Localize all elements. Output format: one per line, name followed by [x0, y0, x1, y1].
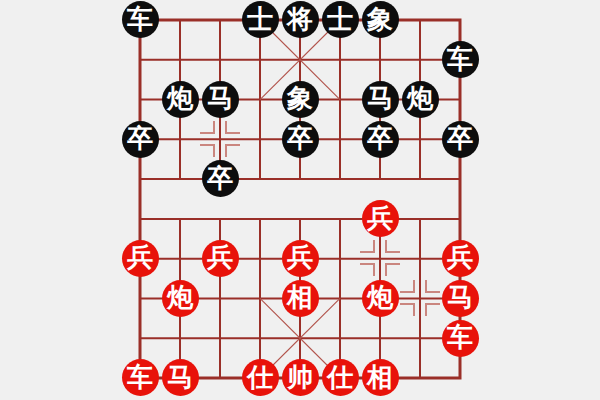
piece-red[interactable]: 相	[362, 359, 399, 396]
piece-red[interactable]: 马	[442, 280, 479, 317]
piece-red[interactable]: 兵	[442, 240, 479, 277]
piece-black[interactable]: 炮	[402, 81, 439, 118]
board-grid[interactable]: 车士将士象车炮马象马炮卒卒卒卒卒兵兵兵兵兵炮相炮马车车马仕帅仕相	[120, 0, 480, 398]
xiangqi-board: 车士将士象车炮马象马炮卒卒卒卒卒兵兵兵兵兵炮相炮马车车马仕帅仕相	[0, 0, 600, 400]
piece-black[interactable]: 士	[242, 1, 279, 38]
piece-black[interactable]: 卒	[362, 121, 399, 158]
last-move-origin-marker	[200, 119, 240, 159]
piece-red[interactable]: 炮	[362, 280, 399, 317]
piece-red[interactable]: 炮	[162, 280, 199, 317]
piece-black[interactable]: 马	[362, 81, 399, 118]
piece-black[interactable]: 卒	[442, 121, 479, 158]
piece-black[interactable]: 车	[122, 1, 159, 38]
piece-red[interactable]: 车	[442, 320, 479, 357]
piece-black[interactable]: 卒	[282, 121, 319, 158]
piece-red[interactable]: 相	[282, 280, 319, 317]
last-move-origin-marker	[360, 239, 400, 279]
last-move-origin-marker	[400, 278, 440, 318]
piece-black[interactable]: 将	[282, 1, 319, 38]
piece-red[interactable]: 车	[122, 359, 159, 396]
piece-red[interactable]: 仕	[322, 359, 359, 396]
piece-black[interactable]: 卒	[202, 160, 239, 197]
piece-red[interactable]: 兵	[282, 240, 319, 277]
piece-red[interactable]: 马	[162, 359, 199, 396]
piece-black[interactable]: 卒	[122, 121, 159, 158]
piece-black[interactable]: 炮	[162, 81, 199, 118]
piece-red[interactable]: 兵	[362, 200, 399, 237]
piece-red[interactable]: 帅	[282, 359, 319, 396]
piece-black[interactable]: 象	[282, 81, 319, 118]
piece-black[interactable]: 车	[442, 41, 479, 78]
piece-red[interactable]: 兵	[122, 240, 159, 277]
piece-black[interactable]: 象	[362, 1, 399, 38]
piece-red[interactable]: 仕	[242, 359, 279, 396]
piece-black[interactable]: 马	[202, 81, 239, 118]
piece-black[interactable]: 士	[322, 1, 359, 38]
piece-red[interactable]: 兵	[202, 240, 239, 277]
